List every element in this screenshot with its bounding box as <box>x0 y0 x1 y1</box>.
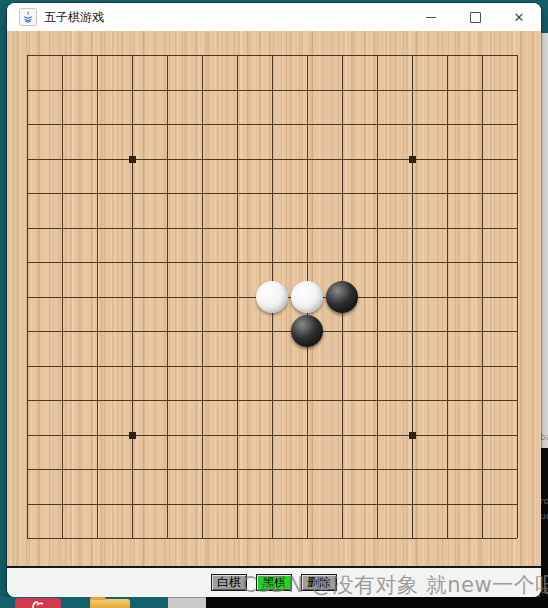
java-coffee-icon <box>19 8 37 26</box>
grid-line <box>447 55 448 538</box>
board-grid[interactable] <box>27 55 517 538</box>
background-text-fragment: ro <box>540 497 548 506</box>
star-point <box>129 156 136 163</box>
grid-line <box>27 538 517 539</box>
window-title: 五子棋游戏 <box>44 9 104 26</box>
grid-line <box>517 55 518 538</box>
grid-line <box>27 400 517 401</box>
csdn-watermark: CSDN @没有对象 就new一个吧 <box>242 571 548 599</box>
grid-line <box>27 435 517 436</box>
grid-line <box>482 55 483 538</box>
grid-line <box>27 331 517 332</box>
grid-line <box>27 504 517 505</box>
star-point <box>409 432 416 439</box>
gomoku-board[interactable] <box>7 31 541 566</box>
background-window-gray <box>540 33 548 448</box>
folder-icon[interactable] <box>90 599 130 608</box>
titlebar[interactable]: 五子棋游戏 ✕ <box>7 3 541 31</box>
window-controls: ✕ <box>409 3 541 31</box>
gomoku-window: 五子棋游戏 ✕ 白棋黑棋删除 <box>7 3 541 597</box>
close-icon: ✕ <box>514 11 525 24</box>
black-stone[interactable] <box>326 281 358 313</box>
maximize-button[interactable] <box>453 3 497 31</box>
grid-line <box>27 366 517 367</box>
grid-line <box>27 469 517 470</box>
star-point <box>409 156 416 163</box>
red-app-icon[interactable] <box>15 598 61 608</box>
white-stone[interactable] <box>256 281 288 313</box>
minimize-button[interactable] <box>409 3 453 31</box>
taskbar-window-sliver <box>168 597 206 608</box>
maximize-icon <box>470 12 481 23</box>
grid-line <box>377 55 378 538</box>
screenshot-root: baroucct 五子棋游戏 ✕ 白棋黑棋删除 CSDN @没有对 <box>0 0 548 608</box>
background-text-fragment: uc <box>540 512 548 521</box>
close-button[interactable]: ✕ <box>497 3 541 31</box>
star-point <box>129 432 136 439</box>
white-stone[interactable] <box>291 281 323 313</box>
background-text-fragment: ba <box>540 433 548 442</box>
grid-line <box>412 55 413 538</box>
minimize-icon <box>426 17 436 18</box>
black-stone[interactable] <box>291 315 323 347</box>
